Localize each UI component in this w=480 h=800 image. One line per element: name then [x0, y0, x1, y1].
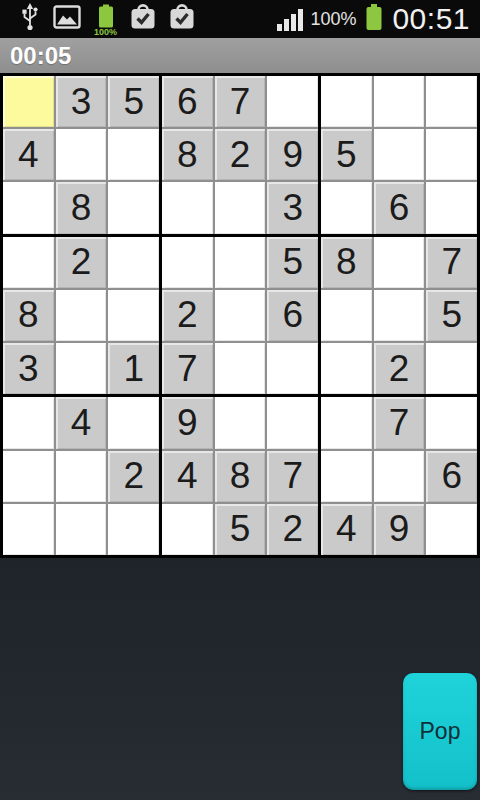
screen: 100%: [0, 0, 480, 800]
cell-r6c8[interactable]: 2: [374, 343, 425, 394]
cell-r4c2[interactable]: 2: [56, 237, 107, 288]
status-bar-right: 100% 00:51: [277, 2, 474, 36]
box-8: 948752: [162, 397, 318, 555]
cell-r4c4[interactable]: [162, 237, 213, 288]
cell-r7c3[interactable]: [108, 397, 159, 448]
cell-r4c9[interactable]: 7: [426, 237, 477, 288]
signal-percent: 100%: [310, 9, 356, 30]
cell-r4c6[interactable]: 5: [267, 237, 318, 288]
cell-r7c7[interactable]: [321, 397, 372, 448]
box-6: 8752: [321, 237, 477, 395]
box-5: 5267: [162, 237, 318, 395]
cell-r1c7[interactable]: [321, 76, 372, 127]
cell-r9c7[interactable]: 4: [321, 504, 372, 555]
box-1: 3548: [3, 76, 159, 234]
cell-r7c8[interactable]: 7: [374, 397, 425, 448]
cell-r3c8[interactable]: 6: [374, 182, 425, 233]
box-3: 56: [321, 76, 477, 234]
cell-r5c1[interactable]: 8: [3, 290, 54, 341]
cell-r5c5[interactable]: [215, 290, 266, 341]
timer-bar: 00:05: [0, 38, 480, 73]
cell-r9c8[interactable]: 9: [374, 504, 425, 555]
cell-r2c6[interactable]: 9: [267, 129, 318, 180]
cell-r1c9[interactable]: [426, 76, 477, 127]
cell-r2c7[interactable]: 5: [321, 129, 372, 180]
cell-r6c3[interactable]: 1: [108, 343, 159, 394]
cell-r1c4[interactable]: 6: [162, 76, 213, 127]
cell-r6c6[interactable]: [267, 343, 318, 394]
box-7: 42: [3, 397, 159, 555]
cell-r4c1[interactable]: [3, 237, 54, 288]
cell-r3c6[interactable]: 3: [267, 182, 318, 233]
cell-r6c5[interactable]: [215, 343, 266, 394]
cell-r2c5[interactable]: 2: [215, 129, 266, 180]
status-bar: 100%: [0, 0, 480, 38]
status-bar-left: 100%: [6, 2, 195, 36]
cell-r8c9[interactable]: 6: [426, 451, 477, 502]
pop-button[interactable]: Pop: [403, 673, 477, 790]
cell-r5c7[interactable]: [321, 290, 372, 341]
cell-r1c1[interactable]: [3, 76, 54, 127]
cell-r1c2[interactable]: 3: [56, 76, 107, 127]
game-timer: 00:05: [0, 42, 71, 70]
cell-r5c4[interactable]: 2: [162, 290, 213, 341]
cell-r9c6[interactable]: 2: [267, 504, 318, 555]
cell-r8c1[interactable]: [3, 451, 54, 502]
cell-r6c9[interactable]: [426, 343, 477, 394]
cell-r9c9[interactable]: [426, 504, 477, 555]
cell-r1c5[interactable]: 7: [215, 76, 266, 127]
battery-icon: [364, 3, 384, 35]
cell-r3c5[interactable]: [215, 182, 266, 233]
cell-r8c4[interactable]: 4: [162, 451, 213, 502]
cell-r6c4[interactable]: 7: [162, 343, 213, 394]
cell-r6c7[interactable]: [321, 343, 372, 394]
bottom-panel: Pop: [0, 558, 480, 800]
sudoku-board: 354867829356283152678752429487527649: [0, 73, 480, 558]
cell-r3c2[interactable]: 8: [56, 182, 107, 233]
cell-r3c1[interactable]: [3, 182, 54, 233]
cell-r7c5[interactable]: [215, 397, 266, 448]
cell-r6c1[interactable]: 3: [3, 343, 54, 394]
cell-r8c3[interactable]: 2: [108, 451, 159, 502]
cell-r5c9[interactable]: 5: [426, 290, 477, 341]
cell-r7c4[interactable]: 9: [162, 397, 213, 448]
signal-strength-icon: [277, 8, 304, 35]
battery-left-percent: 100%: [94, 28, 117, 36]
cell-r2c1[interactable]: 4: [3, 129, 54, 180]
cell-r8c6[interactable]: 7: [267, 451, 318, 502]
cell-r9c3[interactable]: [108, 504, 159, 555]
cell-r4c7[interactable]: 8: [321, 237, 372, 288]
status-clock: 00:51: [392, 2, 470, 36]
cell-r5c8[interactable]: [374, 290, 425, 341]
cell-r7c6[interactable]: [267, 397, 318, 448]
bag-check-icon: [169, 2, 195, 34]
cell-r3c7[interactable]: [321, 182, 372, 233]
cell-r7c9[interactable]: [426, 397, 477, 448]
cell-r2c2[interactable]: [56, 129, 107, 180]
cell-r2c4[interactable]: 8: [162, 129, 213, 180]
cell-r8c7[interactable]: [321, 451, 372, 502]
gallery-icon: [53, 5, 81, 33]
cell-r3c4[interactable]: [162, 182, 213, 233]
battery-charging-icon: 100%: [94, 4, 117, 36]
box-2: 678293: [162, 76, 318, 234]
cell-r9c2[interactable]: [56, 504, 107, 555]
usb-icon: [20, 2, 40, 36]
cell-r2c8[interactable]: [374, 129, 425, 180]
cell-r3c3[interactable]: [108, 182, 159, 233]
cell-r7c1[interactable]: [3, 397, 54, 448]
bag-check-icon: [130, 2, 156, 34]
cell-r1c6[interactable]: [267, 76, 318, 127]
cell-r5c6[interactable]: 6: [267, 290, 318, 341]
cell-r5c3[interactable]: [108, 290, 159, 341]
cell-r9c1[interactable]: [3, 504, 54, 555]
cell-r8c2[interactable]: [56, 451, 107, 502]
cell-r8c8[interactable]: [374, 451, 425, 502]
cell-r7c2[interactable]: 4: [56, 397, 107, 448]
cell-r2c3[interactable]: [108, 129, 159, 180]
cell-r3c9[interactable]: [426, 182, 477, 233]
box-9: 7649: [321, 397, 477, 555]
cell-r8c5[interactable]: 8: [215, 451, 266, 502]
cell-r1c3[interactable]: 5: [108, 76, 159, 127]
cell-r4c8[interactable]: [374, 237, 425, 288]
cell-r5c2[interactable]: [56, 290, 107, 341]
box-4: 2831: [3, 237, 159, 395]
cell-r2c9[interactable]: [426, 129, 477, 180]
cell-r4c5[interactable]: [215, 237, 266, 288]
cell-r9c5[interactable]: 5: [215, 504, 266, 555]
cell-r4c3[interactable]: [108, 237, 159, 288]
cell-r6c2[interactable]: [56, 343, 107, 394]
cell-r1c8[interactable]: [374, 76, 425, 127]
cell-r9c4[interactable]: [162, 504, 213, 555]
